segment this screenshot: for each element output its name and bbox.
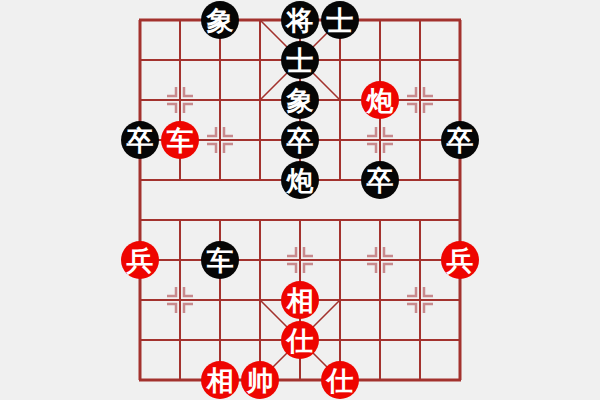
piece-red-soldier[interactable]: 兵 <box>441 241 479 279</box>
piece-black-soldier[interactable]: 卒 <box>281 121 319 159</box>
piece-red-elephant[interactable]: 相 <box>201 361 239 399</box>
piece-red-general[interactable]: 帅 <box>241 361 279 399</box>
xiangqi-board: 象将士士象炮卒车卒卒炮卒兵车兵相仕相帅仕 <box>0 0 600 400</box>
piece-black-soldier[interactable]: 卒 <box>441 121 479 159</box>
piece-black-soldier[interactable]: 卒 <box>121 121 159 159</box>
piece-red-elephant[interactable]: 相 <box>281 281 319 319</box>
piece-black-advisor[interactable]: 士 <box>321 1 359 39</box>
piece-black-general[interactable]: 将 <box>281 1 319 39</box>
piece-black-elephant[interactable]: 象 <box>201 1 239 39</box>
piece-black-cannon[interactable]: 炮 <box>281 161 319 199</box>
piece-black-elephant[interactable]: 象 <box>281 81 319 119</box>
piece-black-chariot[interactable]: 车 <box>201 241 239 279</box>
piece-black-soldier[interactable]: 卒 <box>361 161 399 199</box>
piece-red-chariot[interactable]: 车 <box>161 121 199 159</box>
piece-red-soldier[interactable]: 兵 <box>121 241 159 279</box>
piece-red-advisor[interactable]: 仕 <box>281 321 319 359</box>
piece-red-advisor[interactable]: 仕 <box>321 361 359 399</box>
piece-black-advisor[interactable]: 士 <box>281 41 319 79</box>
piece-red-cannon[interactable]: 炮 <box>361 81 399 119</box>
